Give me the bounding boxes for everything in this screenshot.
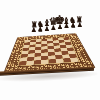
- piece-black-pawn-b7: ♟: [37, 26, 43, 32]
- piece-black-pawn-d7: ♟: [51, 24, 57, 30]
- piece-black-pawn-f7: ♟: [64, 23, 70, 29]
- piece-black-pawn-c7: ♟: [44, 25, 50, 31]
- chess-set-product-photo: ♜♞♝♛♚♝♞♜♟♟♟♟♟♟♟♟: [0, 0, 100, 100]
- piece-black-pawn-e7: ♟: [57, 24, 63, 30]
- piece-black-pawn-h7: ♟: [77, 21, 83, 27]
- piece-black-pawn-g7: ♟: [70, 22, 76, 28]
- piece-black-pawn-a7: ♟: [31, 27, 37, 33]
- pieces-layer: ♜♞♝♛♚♝♞♜♟♟♟♟♟♟♟♟: [0, 0, 100, 100]
